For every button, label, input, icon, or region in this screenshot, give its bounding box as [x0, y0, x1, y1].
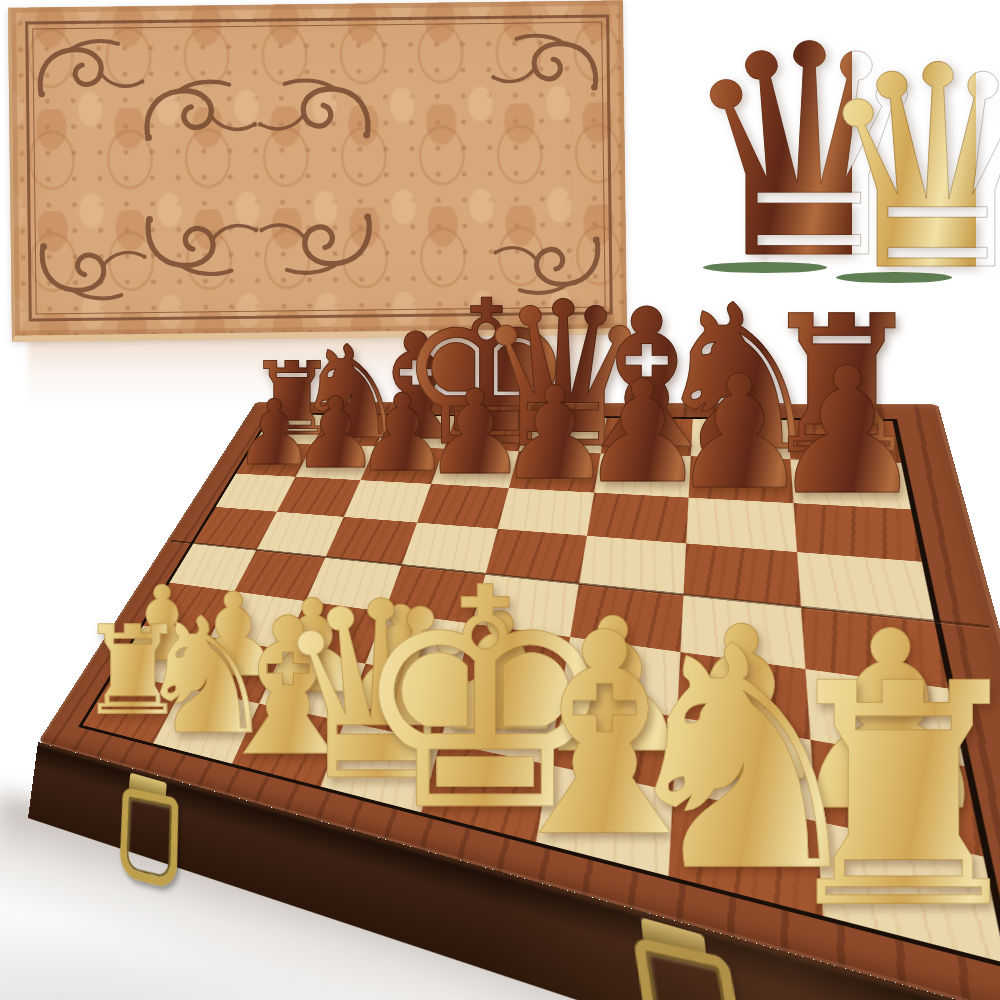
lid-reflection	[28, 334, 604, 410]
square-d6[interactable]	[417, 484, 509, 529]
square-h7[interactable]	[790, 459, 911, 509]
square-g8[interactable]	[691, 419, 791, 460]
square-f6[interactable]	[587, 493, 689, 544]
square-f8[interactable]	[601, 418, 693, 456]
standalone-dark-queen: ♛ ♛	[678, 40, 852, 274]
product-photo-scene: ♛ ♛ ♛ ♛ ♜♞♝♚♛♝♞♜♟♟♟♟♟♟♟♟♟♟♟♟♟♟♟♟♜♞♝♛♚♝♞♜	[0, 0, 1000, 1000]
standalone-light-queen: ♛ ♛	[812, 60, 976, 285]
square-h8[interactable]	[788, 420, 902, 463]
square-e7[interactable]	[509, 451, 601, 493]
square-e8[interactable]	[519, 417, 607, 453]
square-d8[interactable]	[444, 416, 528, 451]
green-felt-base	[703, 262, 827, 273]
square-f7[interactable]	[594, 453, 691, 497]
lid-center-bottom-flourish	[143, 195, 374, 293]
dark-queen-glyph: ♛	[678, 40, 852, 268]
square-e6[interactable]	[498, 488, 594, 536]
latch-ring	[119, 787, 178, 890]
light-queen-reflection: ♛	[812, 266, 976, 272]
lid-corner-flourish-icon	[490, 227, 603, 304]
green-felt-base	[836, 272, 952, 283]
light-queen-glyph: ♛	[812, 60, 976, 278]
square-c8[interactable]	[376, 415, 456, 448]
square-d7[interactable]	[431, 449, 519, 488]
lid-corner-flourish-icon	[35, 30, 148, 107]
dark-queen-reflection: ♛	[678, 256, 852, 262]
square-g7[interactable]	[689, 456, 794, 503]
lid-center-top-flourish	[142, 61, 373, 159]
brass-latch-icon	[115, 769, 172, 886]
lid-corner-flourish-icon	[38, 232, 151, 309]
box-lid	[8, 0, 627, 341]
square-c7[interactable]	[360, 446, 444, 483]
latch-bracket	[129, 773, 167, 801]
latch-ring	[633, 937, 752, 1000]
lid-corner-flourish-icon	[487, 25, 600, 102]
